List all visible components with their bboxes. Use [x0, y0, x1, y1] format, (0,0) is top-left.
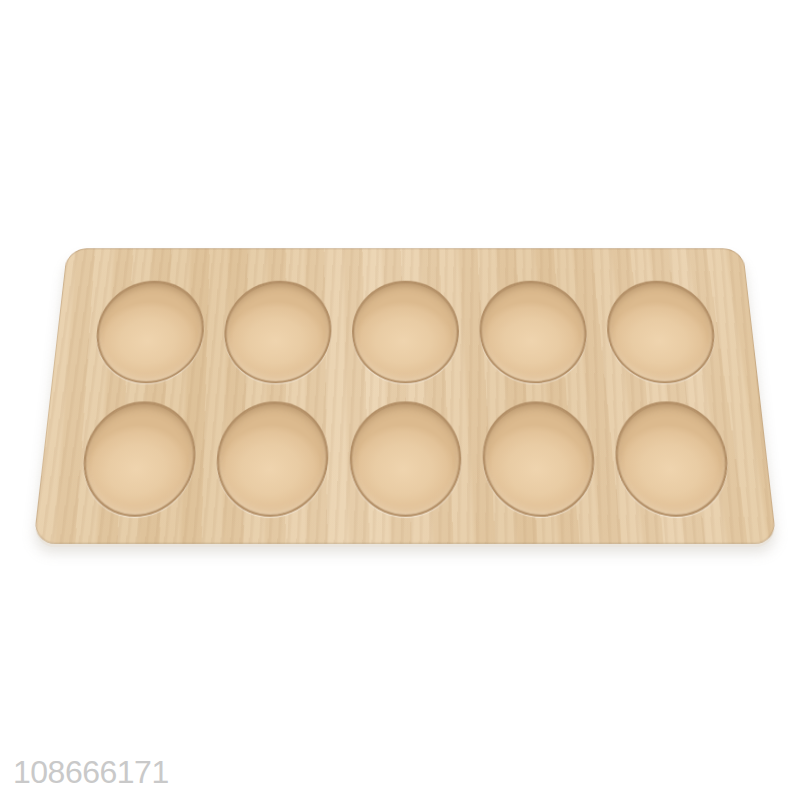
recess-r1c4[interactable] [478, 281, 589, 384]
recess-r1c2[interactable] [221, 281, 332, 384]
recess-r2c4[interactable] [481, 401, 597, 516]
recess-r2c3[interactable] [349, 401, 463, 516]
recess-r1c1[interactable] [92, 281, 208, 384]
ten-frame-board [33, 248, 777, 544]
recess-r2c2[interactable] [213, 401, 329, 516]
photo-canvas: 108666171 [0, 0, 800, 800]
watermark-number: 108666171 [13, 756, 169, 788]
recess-r2c1[interactable] [78, 401, 199, 516]
recess-r2c5[interactable] [612, 401, 733, 516]
recess-r1c5[interactable] [604, 281, 720, 384]
recess-r1c3[interactable] [351, 281, 460, 384]
